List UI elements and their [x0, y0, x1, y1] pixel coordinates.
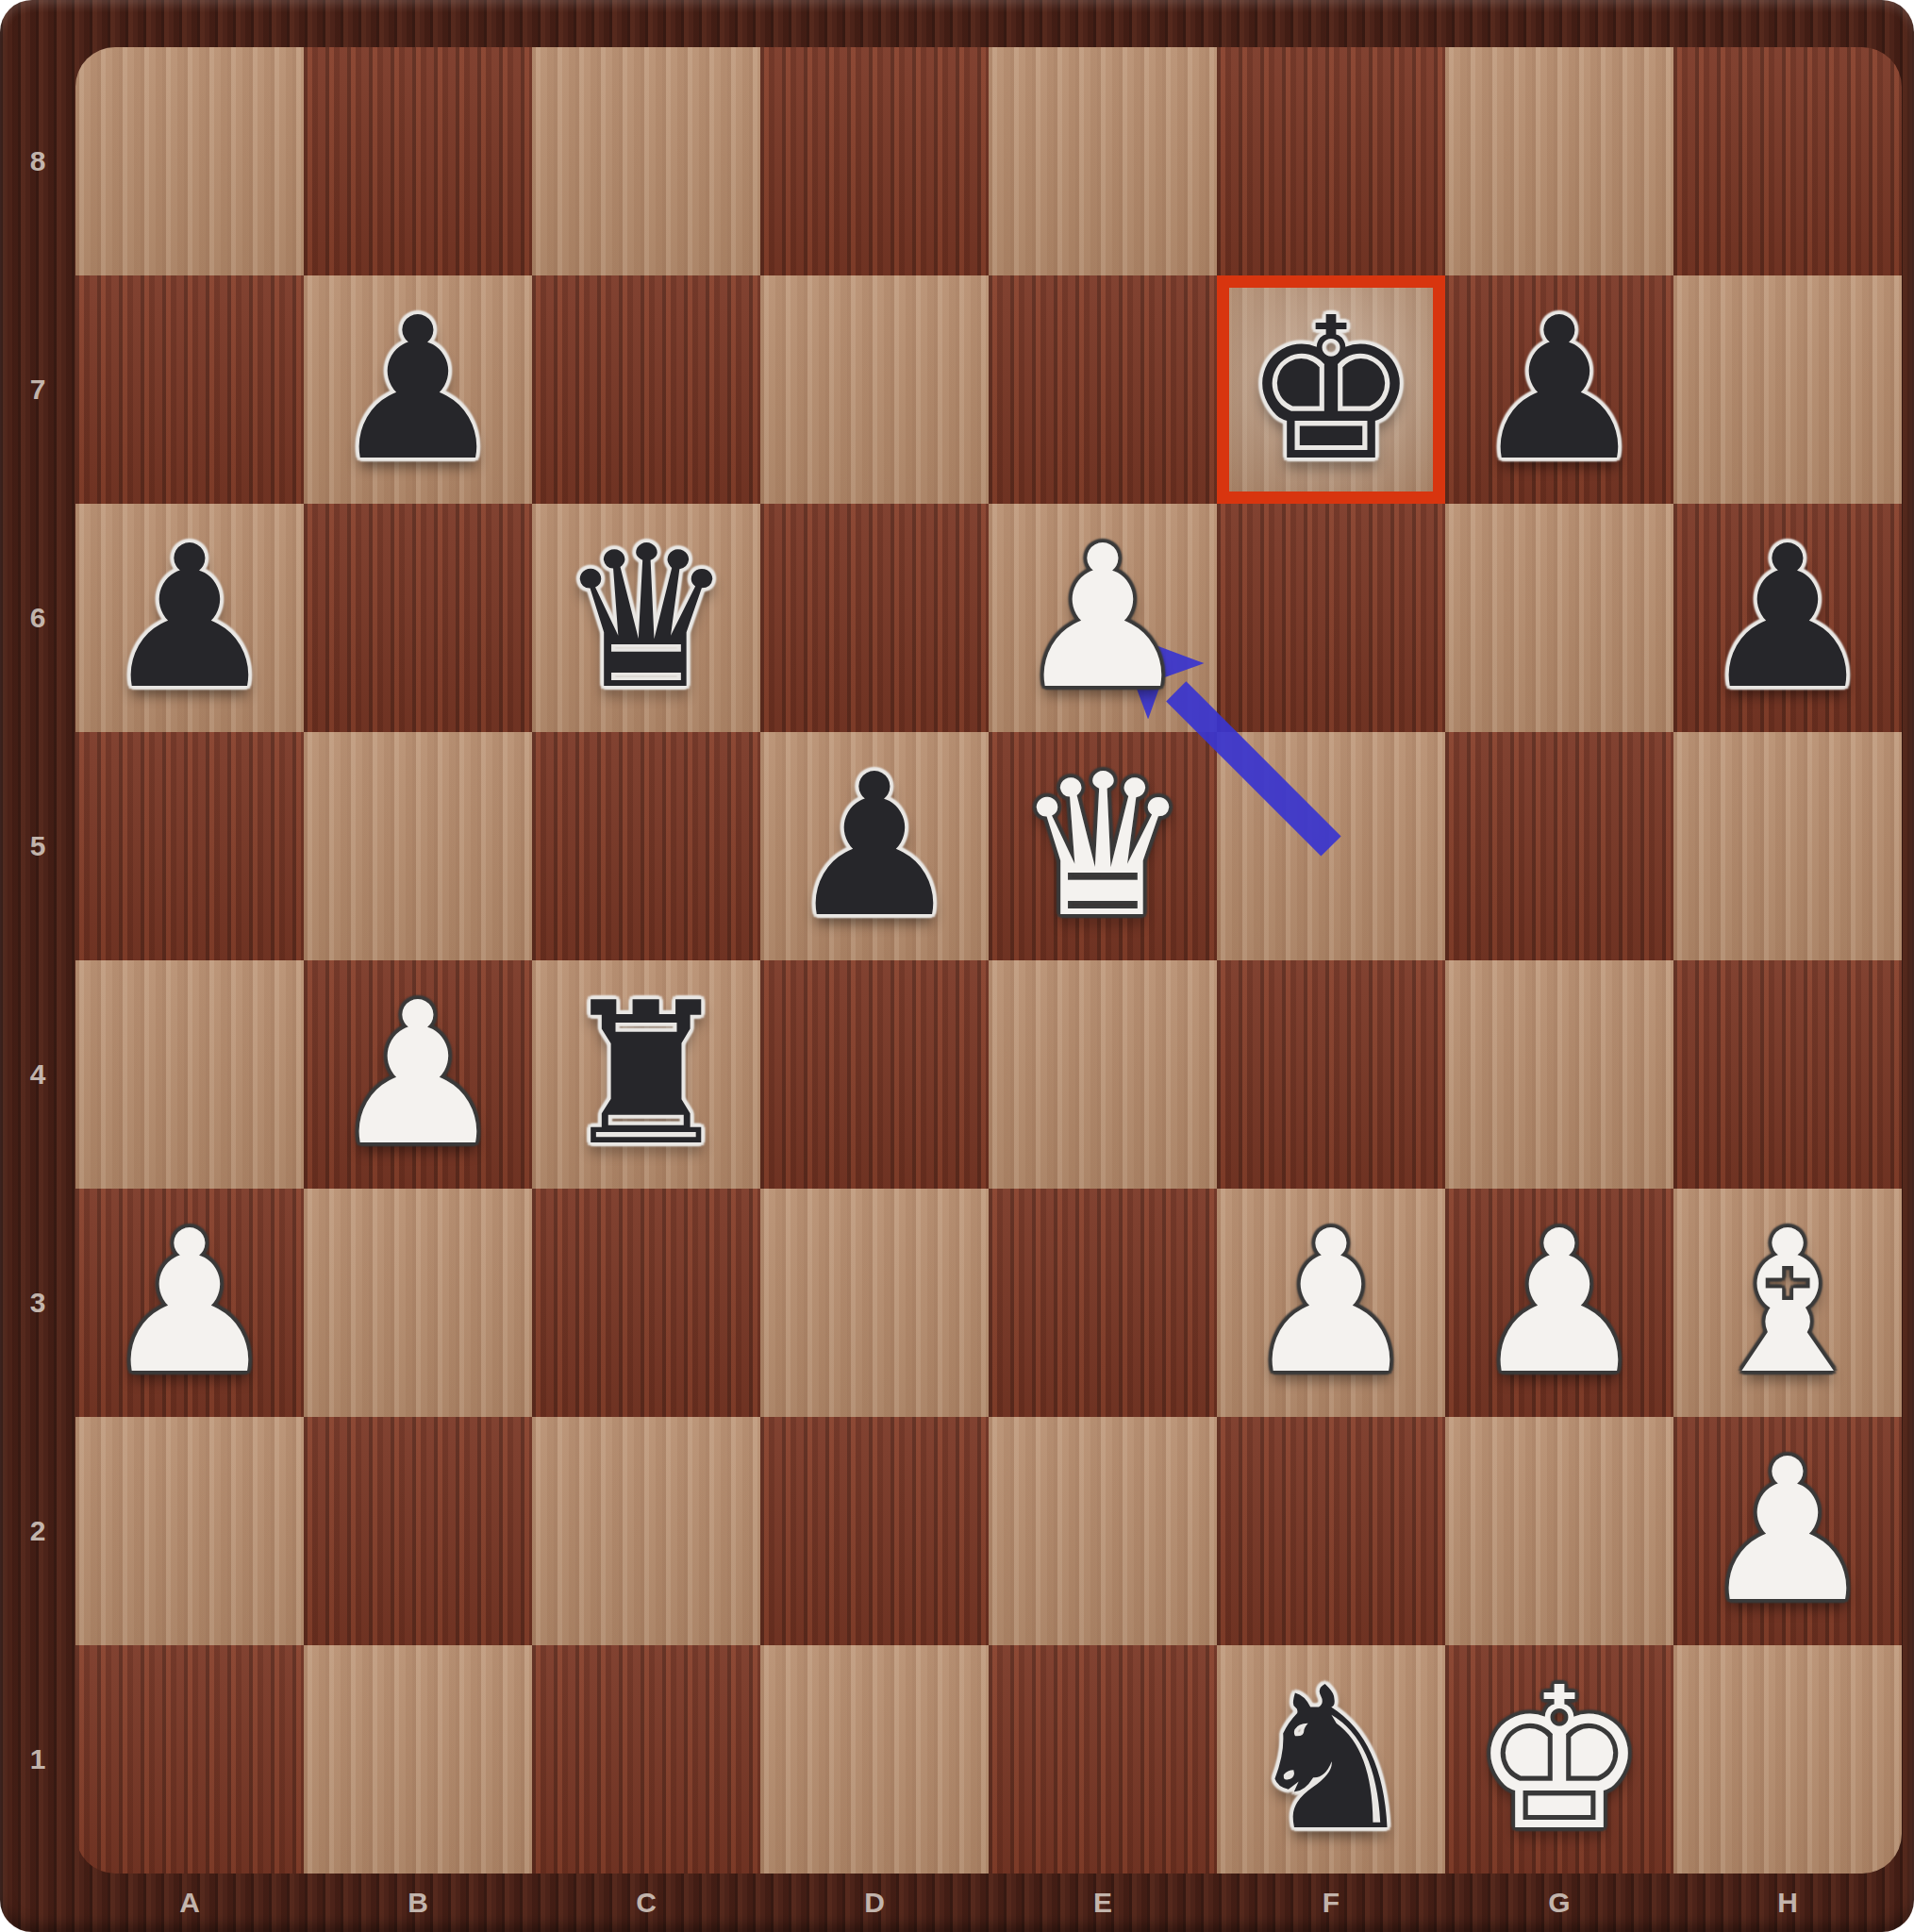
file-label-a: A	[75, 1874, 304, 1932]
square-b6[interactable]	[304, 504, 532, 732]
white-king-icon[interactable]: ♚	[1445, 1645, 1673, 1874]
square-g6[interactable]	[1445, 504, 1673, 732]
square-h5[interactable]	[1673, 732, 1902, 960]
white-bishop-icon[interactable]: ♝	[1673, 1189, 1902, 1417]
square-d1[interactable]	[760, 1645, 989, 1874]
chess-board: ♟♚♟♟♛♟♟♟♛♟♜♟♟♟♝♟♞♚	[75, 47, 1902, 1874]
file-label-d: D	[760, 1874, 989, 1932]
square-a1[interactable]	[75, 1645, 304, 1874]
square-d2[interactable]	[760, 1417, 989, 1645]
square-e1[interactable]	[989, 1645, 1217, 1874]
black-queen-icon[interactable]: ♛	[532, 504, 760, 732]
black-rook-icon[interactable]: ♜	[532, 960, 760, 1189]
square-d8[interactable]	[760, 47, 989, 275]
square-b2[interactable]	[304, 1417, 532, 1645]
square-g4[interactable]	[1445, 960, 1673, 1189]
square-a4[interactable]	[75, 960, 304, 1189]
rank-label-3: 3	[0, 1189, 75, 1417]
rank-label-1: 1	[0, 1645, 75, 1874]
rank-label-8: 8	[0, 47, 75, 275]
square-h8[interactable]	[1673, 47, 1902, 275]
black-knight-icon[interactable]: ♞	[1217, 1645, 1445, 1874]
rank-label-4: 4	[0, 960, 75, 1189]
file-label-g: G	[1445, 1874, 1673, 1932]
square-b8[interactable]	[304, 47, 532, 275]
square-d3[interactable]	[760, 1189, 989, 1417]
square-e4[interactable]	[989, 960, 1217, 1189]
square-c5[interactable]	[532, 732, 760, 960]
square-h1[interactable]	[1673, 1645, 1902, 1874]
square-c3[interactable]	[532, 1189, 760, 1417]
square-h4[interactable]	[1673, 960, 1902, 1189]
white-pawn-icon[interactable]: ♟	[304, 960, 532, 1189]
rank-label-5: 5	[0, 732, 75, 960]
chess-app: ♟♚♟♟♛♟♟♟♛♟♜♟♟♟♝♟♞♚ 87654321 ABCDEFGH	[0, 0, 1914, 1932]
square-b1[interactable]	[304, 1645, 532, 1874]
rank-coordinates: 87654321	[0, 47, 75, 1874]
square-c8[interactable]	[532, 47, 760, 275]
square-a5[interactable]	[75, 732, 304, 960]
square-f2[interactable]	[1217, 1417, 1445, 1645]
file-label-b: B	[304, 1874, 532, 1932]
white-pawn-icon[interactable]: ♟	[1445, 1189, 1673, 1417]
white-queen-icon[interactable]: ♛	[989, 732, 1217, 960]
square-f6[interactable]	[1217, 504, 1445, 732]
file-coordinates: ABCDEFGH	[75, 1874, 1902, 1932]
black-pawn-icon[interactable]: ♟	[75, 504, 304, 732]
file-label-f: F	[1217, 1874, 1445, 1932]
square-b5[interactable]	[304, 732, 532, 960]
file-label-c: C	[532, 1874, 760, 1932]
square-a2[interactable]	[75, 1417, 304, 1645]
rank-label-7: 7	[0, 275, 75, 504]
square-c1[interactable]	[532, 1645, 760, 1874]
white-pawn-icon[interactable]: ♟	[989, 504, 1217, 732]
square-e2[interactable]	[989, 1417, 1217, 1645]
black-pawn-icon[interactable]: ♟	[1673, 504, 1902, 732]
white-pawn-icon[interactable]: ♟	[1217, 1189, 1445, 1417]
square-d7[interactable]	[760, 275, 989, 504]
black-pawn-icon[interactable]: ♟	[304, 275, 532, 504]
square-f5[interactable]	[1217, 732, 1445, 960]
square-c7[interactable]	[532, 275, 760, 504]
square-e8[interactable]	[989, 47, 1217, 275]
rank-label-6: 6	[0, 504, 75, 732]
black-pawn-icon[interactable]: ♟	[760, 732, 989, 960]
square-d6[interactable]	[760, 504, 989, 732]
file-label-h: H	[1673, 1874, 1902, 1932]
square-f8[interactable]	[1217, 47, 1445, 275]
square-b3[interactable]	[304, 1189, 532, 1417]
rank-label-2: 2	[0, 1417, 75, 1645]
square-a8[interactable]	[75, 47, 304, 275]
square-e3[interactable]	[989, 1189, 1217, 1417]
square-f4[interactable]	[1217, 960, 1445, 1189]
square-h7[interactable]	[1673, 275, 1902, 504]
square-g8[interactable]	[1445, 47, 1673, 275]
square-e7[interactable]	[989, 275, 1217, 504]
square-c2[interactable]	[532, 1417, 760, 1645]
black-pawn-icon[interactable]: ♟	[1445, 275, 1673, 504]
white-pawn-icon[interactable]: ♟	[1673, 1417, 1902, 1645]
black-king-icon[interactable]: ♚	[1217, 275, 1445, 504]
square-g5[interactable]	[1445, 732, 1673, 960]
square-d4[interactable]	[760, 960, 989, 1189]
white-pawn-icon[interactable]: ♟	[75, 1189, 304, 1417]
square-g2[interactable]	[1445, 1417, 1673, 1645]
file-label-e: E	[989, 1874, 1217, 1932]
square-a7[interactable]	[75, 275, 304, 504]
